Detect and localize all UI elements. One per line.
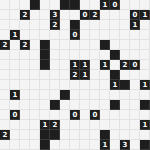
cell-r12c2[interactable] — [20, 120, 30, 130]
cell-r6c4[interactable] — [40, 60, 50, 70]
cell-r4c5[interactable] — [50, 40, 60, 50]
cell-r3c0[interactable] — [0, 30, 10, 40]
cell-r3c5[interactable] — [50, 30, 60, 40]
cell-r1c6[interactable] — [60, 10, 70, 20]
cell-r6c3[interactable] — [30, 60, 40, 70]
cell-r2c7[interactable] — [70, 20, 80, 30]
cell-r14c10[interactable]: 1 — [100, 140, 110, 150]
cell-r5c1[interactable] — [10, 50, 20, 60]
cell-r9c11[interactable] — [110, 90, 120, 100]
cell-r9c10[interactable] — [100, 90, 110, 100]
cell-r13c12[interactable] — [120, 130, 130, 140]
cell-r14c13[interactable] — [130, 140, 140, 150]
cell-r0c5[interactable] — [50, 0, 60, 10]
cell-r0c10[interactable]: 1 — [100, 0, 110, 10]
cell-r9c5[interactable] — [50, 90, 60, 100]
cell-r14c3[interactable] — [30, 140, 40, 150]
cell-r2c1[interactable] — [10, 20, 20, 30]
cell-r13c1[interactable] — [10, 130, 20, 140]
cell-r1c12[interactable] — [120, 10, 130, 20]
cell-r11c10[interactable] — [100, 110, 110, 120]
cell-r9c13[interactable] — [130, 90, 140, 100]
cell-r9c2[interactable] — [20, 90, 30, 100]
cell-r2c9[interactable] — [90, 20, 100, 30]
cell-r2c14[interactable] — [140, 20, 150, 30]
cell-r5c7[interactable] — [70, 50, 80, 60]
cell-r3c3[interactable] — [30, 30, 40, 40]
cell-r14c1[interactable] — [10, 140, 20, 150]
cell-r10c1[interactable] — [10, 100, 20, 110]
cell-r6c12[interactable]: 2 — [120, 60, 130, 70]
cell-r9c4[interactable] — [40, 90, 50, 100]
cell-r4c7[interactable] — [70, 40, 80, 50]
cell-r6c11[interactable] — [110, 60, 120, 70]
cell-r5c6[interactable] — [60, 50, 70, 60]
cell-r9c0[interactable] — [0, 90, 10, 100]
cell-r1c2[interactable]: 2 — [20, 10, 30, 20]
cell-r7c7[interactable]: 2 — [70, 70, 80, 80]
cell-r2c4[interactable] — [40, 20, 50, 30]
cell-r1c8[interactable]: 0 — [80, 10, 90, 20]
cell-r8c10[interactable] — [100, 80, 110, 90]
cell-r12c7[interactable] — [70, 120, 80, 130]
cell-r2c10[interactable] — [100, 20, 110, 30]
cell-r13c2[interactable] — [20, 130, 30, 140]
cell-r13c11[interactable] — [110, 130, 120, 140]
cell-r5c0[interactable] — [0, 50, 10, 60]
cell-r1c7[interactable] — [70, 10, 80, 20]
cell-r10c2[interactable] — [20, 100, 30, 110]
cell-r9c14[interactable] — [140, 90, 150, 100]
cell-r7c0[interactable] — [0, 70, 10, 80]
cell-r9c1[interactable]: 1 — [10, 90, 20, 100]
cell-r7c8[interactable]: 1 — [80, 70, 90, 80]
cell-r9c7[interactable] — [70, 90, 80, 100]
cell-r9c6[interactable] — [60, 90, 70, 100]
cell-r10c10[interactable] — [100, 100, 110, 110]
cell-r6c13[interactable]: 0 — [130, 60, 140, 70]
cell-r3c4[interactable] — [40, 30, 50, 40]
cell-r6c8[interactable]: 1 — [80, 60, 90, 70]
cell-r4c1[interactable] — [10, 40, 20, 50]
cell-r0c11[interactable]: 0 — [110, 0, 120, 10]
cell-r11c5[interactable] — [50, 110, 60, 120]
cell-r5c4[interactable] — [40, 50, 50, 60]
cell-r4c8[interactable] — [80, 40, 90, 50]
mosaic-puzzle-board: 102302012110221112021111000121213 — [0, 0, 150, 150]
cell-r12c11[interactable] — [110, 120, 120, 130]
cell-r4c3[interactable] — [30, 40, 40, 50]
cell-r14c14[interactable] — [140, 140, 150, 150]
cell-r13c7[interactable] — [70, 130, 80, 140]
cell-r7c2[interactable] — [20, 70, 30, 80]
cell-r3c11[interactable] — [110, 30, 120, 40]
cell-r3c6[interactable] — [60, 30, 70, 40]
cell-r8c7[interactable] — [70, 80, 80, 90]
cell-r0c3[interactable] — [30, 0, 40, 10]
cell-r4c13[interactable] — [130, 40, 140, 50]
cell-r4c9[interactable] — [90, 40, 100, 50]
cell-r11c9[interactable]: 0 — [90, 110, 100, 120]
cell-r4c10[interactable] — [100, 40, 110, 50]
cell-r11c13[interactable] — [130, 110, 140, 120]
cell-r1c11[interactable] — [110, 10, 120, 20]
cell-r11c14[interactable] — [140, 110, 150, 120]
cell-r5c8[interactable] — [80, 50, 90, 60]
cell-r5c5[interactable] — [50, 50, 60, 60]
cell-r7c6[interactable] — [60, 70, 70, 80]
cell-r12c9[interactable] — [90, 120, 100, 130]
cell-r10c9[interactable] — [90, 100, 100, 110]
cell-r0c2[interactable] — [20, 0, 30, 10]
cell-r0c13[interactable] — [130, 0, 140, 10]
cell-r0c6[interactable] — [60, 0, 70, 10]
cell-r10c11[interactable] — [110, 100, 120, 110]
cell-r3c1[interactable]: 1 — [10, 30, 20, 40]
cell-r6c2[interactable] — [20, 60, 30, 70]
cell-r5c13[interactable] — [130, 50, 140, 60]
cell-r14c6[interactable] — [60, 140, 70, 150]
cell-r10c13[interactable] — [130, 100, 140, 110]
cell-r8c4[interactable] — [40, 80, 50, 90]
cell-r0c8[interactable] — [80, 0, 90, 10]
cell-r8c9[interactable] — [90, 80, 100, 90]
cell-r7c11[interactable] — [110, 70, 120, 80]
cell-r2c3[interactable] — [30, 20, 40, 30]
cell-r5c14[interactable] — [140, 50, 150, 60]
cell-r11c8[interactable] — [80, 110, 90, 120]
cell-r8c0[interactable] — [0, 80, 10, 90]
cell-r11c1[interactable]: 0 — [10, 110, 20, 120]
cell-r10c3[interactable] — [30, 100, 40, 110]
cell-r12c4[interactable]: 1 — [40, 120, 50, 130]
cell-r7c5[interactable] — [50, 70, 60, 80]
cell-r1c4[interactable] — [40, 10, 50, 20]
cell-r6c6[interactable] — [60, 60, 70, 70]
cell-r14c5[interactable] — [50, 140, 60, 150]
cell-r7c4[interactable] — [40, 70, 50, 80]
cell-r5c9[interactable] — [90, 50, 100, 60]
cell-r1c3[interactable] — [30, 10, 40, 20]
cell-r3c9[interactable] — [90, 30, 100, 40]
cell-r11c4[interactable] — [40, 110, 50, 120]
cell-r5c12[interactable] — [120, 50, 130, 60]
cell-r13c5[interactable] — [50, 130, 60, 140]
cell-r9c3[interactable] — [30, 90, 40, 100]
cell-r6c9[interactable] — [90, 60, 100, 70]
cell-r4c2[interactable]: 2 — [20, 40, 30, 50]
cell-r8c3[interactable] — [30, 80, 40, 90]
cell-r13c4[interactable] — [40, 130, 50, 140]
cell-r10c12[interactable] — [120, 100, 130, 110]
cell-r5c2[interactable] — [20, 50, 30, 60]
cell-r13c6[interactable] — [60, 130, 70, 140]
cell-r14c8[interactable] — [80, 140, 90, 150]
cell-r1c10[interactable] — [100, 10, 110, 20]
cell-r0c4[interactable] — [40, 0, 50, 10]
cell-r14c0[interactable] — [0, 140, 10, 150]
cell-r12c12[interactable] — [120, 120, 130, 130]
cell-r5c3[interactable] — [30, 50, 40, 60]
cell-r1c1[interactable] — [10, 10, 20, 20]
cell-r2c0[interactable] — [0, 20, 10, 30]
cell-r3c14[interactable] — [140, 30, 150, 40]
cell-r6c5[interactable] — [50, 60, 60, 70]
cell-r14c2[interactable] — [20, 140, 30, 150]
cell-r13c8[interactable] — [80, 130, 90, 140]
cell-r13c13[interactable] — [130, 130, 140, 140]
cell-r8c12[interactable] — [120, 80, 130, 90]
cell-r4c4[interactable] — [40, 40, 50, 50]
cell-r9c8[interactable] — [80, 90, 90, 100]
cell-r10c8[interactable] — [80, 100, 90, 110]
cell-r0c12[interactable] — [120, 0, 130, 10]
cell-r8c5[interactable] — [50, 80, 60, 90]
cell-r6c0[interactable] — [0, 60, 10, 70]
cell-r10c5[interactable] — [50, 100, 60, 110]
cell-r3c13[interactable] — [130, 30, 140, 40]
cell-r11c11[interactable] — [110, 110, 120, 120]
cell-r3c12[interactable] — [120, 30, 130, 40]
cell-r11c12[interactable] — [120, 110, 130, 120]
cell-r3c10[interactable] — [100, 30, 110, 40]
cell-r7c10[interactable] — [100, 70, 110, 80]
cell-r3c8[interactable] — [80, 30, 90, 40]
cell-r3c7[interactable]: 0 — [70, 30, 80, 40]
cell-r0c1[interactable] — [10, 0, 20, 10]
cell-r8c14[interactable]: 1 — [140, 80, 150, 90]
cell-r12c8[interactable] — [80, 120, 90, 130]
cell-r2c6[interactable] — [60, 20, 70, 30]
cell-r7c3[interactable] — [30, 70, 40, 80]
cell-r9c9[interactable] — [90, 90, 100, 100]
cell-r8c13[interactable] — [130, 80, 140, 90]
cell-r14c9[interactable] — [90, 140, 100, 150]
cell-r11c0[interactable] — [0, 110, 10, 120]
cell-r2c11[interactable] — [110, 20, 120, 30]
cell-r12c6[interactable] — [60, 120, 70, 130]
cell-r7c9[interactable] — [90, 70, 100, 80]
cell-r2c13[interactable]: 1 — [130, 20, 140, 30]
cell-r11c3[interactable] — [30, 110, 40, 120]
cell-r14c12[interactable]: 3 — [120, 140, 130, 150]
cell-r11c2[interactable] — [20, 110, 30, 120]
cell-r1c13[interactable]: 0 — [130, 10, 140, 20]
cell-r7c14[interactable] — [140, 70, 150, 80]
cell-r1c5[interactable]: 3 — [50, 10, 60, 20]
cell-r8c2[interactable] — [20, 80, 30, 90]
cell-r0c0[interactable] — [0, 0, 10, 10]
cell-r4c0[interactable]: 2 — [0, 40, 10, 50]
cell-r13c14[interactable] — [140, 130, 150, 140]
cell-r10c0[interactable] — [0, 100, 10, 110]
cell-r12c1[interactable] — [10, 120, 20, 130]
cell-r10c6[interactable] — [60, 100, 70, 110]
cell-r1c14[interactable]: 1 — [140, 10, 150, 20]
cell-r12c13[interactable] — [130, 120, 140, 130]
cell-r14c4[interactable] — [40, 140, 50, 150]
cell-r3c2[interactable] — [20, 30, 30, 40]
cell-r12c3[interactable] — [30, 120, 40, 130]
cell-r12c10[interactable] — [100, 120, 110, 130]
cell-r13c3[interactable] — [30, 130, 40, 140]
cell-r4c6[interactable] — [60, 40, 70, 50]
cell-r7c13[interactable] — [130, 70, 140, 80]
cell-r10c14[interactable] — [140, 100, 150, 110]
cell-r9c12[interactable] — [120, 90, 130, 100]
cell-r5c11[interactable] — [110, 50, 120, 60]
cell-r12c0[interactable] — [0, 120, 10, 130]
cell-r0c9[interactable] — [90, 0, 100, 10]
cell-r6c1[interactable] — [10, 60, 20, 70]
cell-r8c6[interactable] — [60, 80, 70, 90]
cell-r4c14[interactable] — [140, 40, 150, 50]
cell-r6c10[interactable]: 1 — [100, 60, 110, 70]
cell-r7c12[interactable] — [120, 70, 130, 80]
cell-r8c11[interactable]: 1 — [110, 80, 120, 90]
cell-r14c7[interactable] — [70, 140, 80, 150]
cell-r4c11[interactable] — [110, 40, 120, 50]
cell-r12c5[interactable]: 2 — [50, 120, 60, 130]
cell-r11c6[interactable] — [60, 110, 70, 120]
cell-r1c0[interactable] — [0, 10, 10, 20]
cell-r8c8[interactable] — [80, 80, 90, 90]
cell-r6c14[interactable] — [140, 60, 150, 70]
cell-r13c0[interactable]: 2 — [0, 130, 10, 140]
cell-r2c5[interactable]: 2 — [50, 20, 60, 30]
cell-r13c9[interactable] — [90, 130, 100, 140]
cell-r10c4[interactable] — [40, 100, 50, 110]
cell-r2c8[interactable] — [80, 20, 90, 30]
cell-r7c1[interactable] — [10, 70, 20, 80]
cell-r13c10[interactable] — [100, 130, 110, 140]
cell-r5c10[interactable] — [100, 50, 110, 60]
cell-r0c7[interactable] — [70, 0, 80, 10]
cell-r12c14[interactable]: 1 — [140, 120, 150, 130]
cell-r4c12[interactable] — [120, 40, 130, 50]
cell-r0c14[interactable] — [140, 0, 150, 10]
cell-r2c12[interactable] — [120, 20, 130, 30]
cell-r6c7[interactable]: 1 — [70, 60, 80, 70]
cell-r11c7[interactable]: 0 — [70, 110, 80, 120]
cell-r2c2[interactable] — [20, 20, 30, 30]
cell-r14c11[interactable] — [110, 140, 120, 150]
cell-r1c9[interactable]: 2 — [90, 10, 100, 20]
cell-r10c7[interactable] — [70, 100, 80, 110]
cell-r8c1[interactable] — [10, 80, 20, 90]
